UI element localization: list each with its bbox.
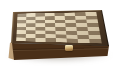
board-grid: [16, 12, 102, 43]
case-lid-seam: [13, 47, 108, 50]
chess-case-photo: [0, 0, 120, 72]
square-g1[interactable]: [78, 39, 90, 43]
square-e1[interactable]: [56, 38, 67, 42]
square-a1[interactable]: [16, 37, 26, 41]
square-f1[interactable]: [67, 38, 79, 42]
chess-board: [11, 10, 109, 46]
square-d1[interactable]: [46, 38, 57, 42]
square-c1[interactable]: [35, 38, 45, 42]
square-h1[interactable]: [89, 39, 102, 43]
square-b1[interactable]: [26, 38, 36, 42]
brass-latch-icon: [64, 44, 72, 50]
